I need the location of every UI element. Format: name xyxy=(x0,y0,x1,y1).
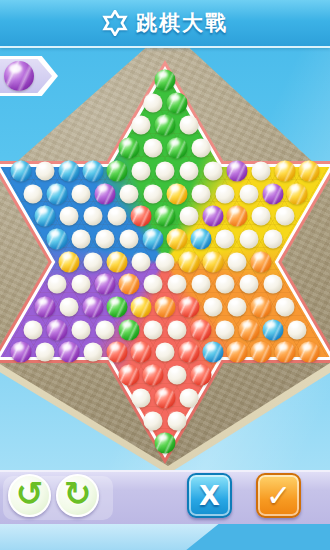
empty-hole-4-2[interactable] xyxy=(144,139,163,158)
orange-marble-13-13[interactable] xyxy=(299,342,320,363)
empty-hole-10-6[interactable] xyxy=(168,275,187,294)
orange-marble-7-9[interactable] xyxy=(227,206,248,227)
empty-hole-10-1[interactable] xyxy=(48,275,67,294)
blue-marble-13-9[interactable] xyxy=(203,342,224,363)
empty-hole-12-7[interactable] xyxy=(168,320,187,339)
empty-hole-16-1[interactable] xyxy=(144,411,163,430)
green-marble-3-2[interactable] xyxy=(155,115,176,136)
red-marble-11-7[interactable] xyxy=(179,297,200,318)
orange-marble-11-6[interactable] xyxy=(155,297,176,318)
red-marble-15-2[interactable] xyxy=(155,387,176,408)
yellow-marble-5-12[interactable] xyxy=(275,160,296,181)
empty-hole-5-8[interactable] xyxy=(180,161,199,180)
empty-hole-11-2[interactable] xyxy=(60,298,79,317)
green-marble-17-1[interactable] xyxy=(155,433,176,454)
yellow-marble-9-1[interactable] xyxy=(59,251,80,272)
empty-hole-3-1[interactable] xyxy=(132,116,151,135)
blue-marble-5-4[interactable] xyxy=(83,160,104,181)
empty-hole-10-5[interactable] xyxy=(144,275,163,294)
undo-icon: ↺ xyxy=(16,477,44,510)
yellow-marble-9-3[interactable] xyxy=(107,251,128,272)
orange-marble-13-12[interactable] xyxy=(275,342,296,363)
blue-marble-7-1[interactable] xyxy=(35,206,56,227)
title-bar: 跳棋大戰 xyxy=(0,0,330,48)
empty-hole-5-11[interactable] xyxy=(252,161,271,180)
red-marble-14-4[interactable] xyxy=(191,365,212,386)
empty-hole-8-9[interactable] xyxy=(240,229,259,248)
orange-marble-12-10[interactable] xyxy=(239,319,260,340)
orange-marble-13-10[interactable] xyxy=(227,342,248,363)
empty-hole-6-5[interactable] xyxy=(120,184,139,203)
red-marble-12-8[interactable] xyxy=(191,319,212,340)
green-marble-4-1[interactable] xyxy=(119,138,140,159)
empty-hole-8-3[interactable] xyxy=(96,229,115,248)
purple-marble-5-10[interactable] xyxy=(227,160,248,181)
empty-hole-9-8[interactable] xyxy=(228,252,247,271)
yellow-marble-6-7[interactable] xyxy=(167,183,188,204)
red-marble-7-5[interactable] xyxy=(131,206,152,227)
orange-marble-10-4[interactable] xyxy=(119,274,140,295)
blue-marble-12-11[interactable] xyxy=(263,319,284,340)
empty-hole-10-9[interactable] xyxy=(240,275,259,294)
empty-hole-9-4[interactable] xyxy=(132,252,151,271)
empty-hole-12-1[interactable] xyxy=(24,320,43,339)
green-marble-12-5[interactable] xyxy=(119,319,140,340)
empty-hole-7-7[interactable] xyxy=(180,207,199,226)
orange-marble-13-11[interactable] xyxy=(251,342,272,363)
purple-marble-7-8[interactable] xyxy=(203,206,224,227)
blue-marble-8-7[interactable] xyxy=(191,228,212,249)
green-marble-2-2[interactable] xyxy=(167,92,188,113)
empty-hole-4-4[interactable] xyxy=(192,139,211,158)
empty-hole-11-11[interactable] xyxy=(276,298,295,317)
empty-hole-6-10[interactable] xyxy=(240,184,259,203)
empty-hole-12-4[interactable] xyxy=(96,320,115,339)
yellow-marble-9-7[interactable] xyxy=(203,251,224,272)
undo-button[interactable]: ↺ xyxy=(8,474,51,517)
empty-hole-12-9[interactable] xyxy=(216,320,235,339)
empty-hole-8-10[interactable] xyxy=(264,229,283,248)
orange-marble-9-9[interactable] xyxy=(251,251,272,272)
confirm-button[interactable]: ✓ xyxy=(256,473,301,518)
empty-hole-13-4[interactable] xyxy=(84,343,103,362)
empty-hole-11-8[interactable] xyxy=(204,298,223,317)
orange-marble-11-10[interactable] xyxy=(251,297,272,318)
empty-hole-7-4[interactable] xyxy=(108,207,127,226)
empty-hole-16-2[interactable] xyxy=(168,411,187,430)
empty-hole-13-2[interactable] xyxy=(36,343,55,362)
empty-hole-6-8[interactable] xyxy=(192,184,211,203)
cancel-button[interactable]: X xyxy=(187,473,232,518)
red-marble-13-8[interactable] xyxy=(179,342,200,363)
red-marble-13-5[interactable] xyxy=(107,342,128,363)
blue-marble-5-3[interactable] xyxy=(59,160,80,181)
purple-marble-12-2[interactable] xyxy=(47,319,68,340)
empty-hole-10-8[interactable] xyxy=(216,275,235,294)
empty-hole-10-2[interactable] xyxy=(72,275,91,294)
empty-hole-15-1[interactable] xyxy=(132,388,151,407)
empty-hole-15-3[interactable] xyxy=(180,388,199,407)
purple-marble-6-4[interactable] xyxy=(95,183,116,204)
empty-hole-8-8[interactable] xyxy=(216,229,235,248)
green-marble-11-4[interactable] xyxy=(107,297,128,318)
blue-marble-5-1[interactable] xyxy=(11,160,32,181)
redo-button[interactable]: ↻ xyxy=(56,474,99,517)
empty-hole-7-3[interactable] xyxy=(84,207,103,226)
empty-hole-6-9[interactable] xyxy=(216,184,235,203)
blue-marble-6-2[interactable] xyxy=(47,183,68,204)
empty-hole-3-3[interactable] xyxy=(180,116,199,135)
purple-marble-11-1[interactable] xyxy=(35,297,56,318)
red-marble-14-2[interactable] xyxy=(143,365,164,386)
green-marble-7-6[interactable] xyxy=(155,206,176,227)
yellow-marble-8-6[interactable] xyxy=(167,228,188,249)
empty-hole-8-2[interactable] xyxy=(72,229,91,248)
yellow-marble-6-12[interactable] xyxy=(287,183,308,204)
purple-marble-6-11[interactable] xyxy=(263,183,284,204)
empty-hole-7-2[interactable] xyxy=(60,207,79,226)
yellow-marble-11-5[interactable] xyxy=(131,297,152,318)
yellow-marble-9-6[interactable] xyxy=(179,251,200,272)
app-title: 跳棋大戰 xyxy=(136,9,228,37)
green-marble-5-5[interactable] xyxy=(107,160,128,181)
empty-hole-5-2[interactable] xyxy=(36,161,55,180)
purple-marble-icon xyxy=(4,61,34,91)
red-marble-13-6[interactable] xyxy=(131,342,152,363)
empty-hole-14-3[interactable] xyxy=(168,366,187,385)
yellow-marble-5-13[interactable] xyxy=(299,160,320,181)
blue-marble-8-5[interactable] xyxy=(143,228,164,249)
purple-marble-11-3[interactable] xyxy=(83,297,104,318)
bottom-strip xyxy=(0,522,330,550)
empty-hole-9-2[interactable] xyxy=(84,252,103,271)
purple-marble-10-3[interactable] xyxy=(95,274,116,295)
purple-marble-13-3[interactable] xyxy=(59,342,80,363)
blue-marble-8-1[interactable] xyxy=(47,228,68,249)
empty-hole-8-4[interactable] xyxy=(120,229,139,248)
empty-hole-7-11[interactable] xyxy=(276,207,295,226)
empty-hole-11-9[interactable] xyxy=(228,298,247,317)
green-marble-4-3[interactable] xyxy=(167,138,188,159)
redo-icon: ↻ xyxy=(64,477,92,510)
empty-hole-6-6[interactable] xyxy=(144,184,163,203)
empty-hole-10-10[interactable] xyxy=(264,275,283,294)
empty-hole-12-6[interactable] xyxy=(144,320,163,339)
app-screen: 跳棋大戰 ↺ ↻ X ✓ xyxy=(0,0,330,550)
empty-hole-12-12[interactable] xyxy=(288,320,307,339)
empty-hole-5-6[interactable] xyxy=(132,161,151,180)
red-marble-14-1[interactable] xyxy=(119,365,140,386)
empty-hole-13-7[interactable] xyxy=(156,343,175,362)
hexagram-icon xyxy=(102,10,128,36)
bottom-strip-accent xyxy=(185,523,330,550)
empty-hole-12-3[interactable] xyxy=(72,320,91,339)
empty-hole-9-5[interactable] xyxy=(156,252,175,271)
empty-hole-10-7[interactable] xyxy=(192,275,211,294)
empty-hole-6-3[interactable] xyxy=(72,184,91,203)
empty-hole-2-1[interactable] xyxy=(144,93,163,112)
empty-hole-6-1[interactable] xyxy=(24,184,43,203)
empty-hole-5-7[interactable] xyxy=(156,161,175,180)
empty-hole-7-10[interactable] xyxy=(252,207,271,226)
green-marble-1-1[interactable] xyxy=(155,70,176,91)
empty-hole-5-9[interactable] xyxy=(204,161,223,180)
purple-marble-13-1[interactable] xyxy=(11,342,32,363)
